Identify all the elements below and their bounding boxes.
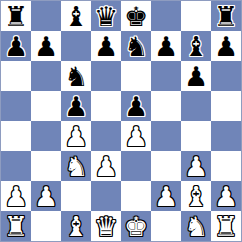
square-b1[interactable] bbox=[31, 211, 61, 241]
square-b7[interactable]: ♟ bbox=[31, 31, 61, 61]
square-c5[interactable]: ♟ bbox=[61, 91, 91, 121]
square-d3[interactable]: ♟ bbox=[91, 151, 121, 181]
square-e7[interactable]: ♞ bbox=[121, 31, 151, 61]
square-a4[interactable] bbox=[1, 121, 31, 151]
square-f2[interactable]: ♟ bbox=[151, 181, 181, 211]
square-a2[interactable]: ♟ bbox=[1, 181, 31, 211]
square-a5[interactable] bbox=[1, 91, 31, 121]
square-a7[interactable]: ♟ bbox=[1, 31, 31, 61]
piece-white-queen: ♛ bbox=[94, 213, 118, 240]
square-f1[interactable] bbox=[151, 211, 181, 241]
square-h4[interactable] bbox=[211, 121, 241, 151]
piece-black-pawn: ♟ bbox=[94, 33, 118, 60]
square-h1[interactable]: ♜ bbox=[211, 211, 241, 241]
square-e2[interactable] bbox=[121, 181, 151, 211]
square-c8[interactable]: ♝ bbox=[61, 1, 91, 31]
square-a6[interactable] bbox=[1, 61, 31, 91]
square-h8[interactable]: ♜ bbox=[211, 1, 241, 31]
square-f5[interactable] bbox=[151, 91, 181, 121]
piece-white-knight: ♞ bbox=[184, 213, 208, 240]
piece-white-bishop: ♝ bbox=[64, 213, 88, 240]
piece-white-pawn: ♟ bbox=[154, 183, 178, 210]
square-d5[interactable] bbox=[91, 91, 121, 121]
square-g2[interactable]: ♝ bbox=[181, 181, 211, 211]
square-h7[interactable]: ♟ bbox=[211, 31, 241, 61]
piece-white-pawn: ♟ bbox=[124, 123, 148, 150]
piece-black-pawn: ♟ bbox=[124, 93, 148, 120]
square-a1[interactable]: ♜ bbox=[1, 211, 31, 241]
piece-black-rook: ♜ bbox=[214, 3, 238, 30]
piece-white-rook: ♜ bbox=[4, 213, 28, 240]
piece-black-pawn: ♟ bbox=[4, 33, 28, 60]
square-c2[interactable] bbox=[61, 181, 91, 211]
square-g8[interactable] bbox=[181, 1, 211, 31]
square-a8[interactable]: ♜ bbox=[1, 1, 31, 31]
square-d8[interactable]: ♛ bbox=[91, 1, 121, 31]
square-b4[interactable] bbox=[31, 121, 61, 151]
square-b3[interactable] bbox=[31, 151, 61, 181]
square-d7[interactable]: ♟ bbox=[91, 31, 121, 61]
square-c4[interactable]: ♟ bbox=[61, 121, 91, 151]
square-h2[interactable]: ♟ bbox=[211, 181, 241, 211]
square-e4[interactable]: ♟ bbox=[121, 121, 151, 151]
piece-white-pawn: ♟ bbox=[64, 123, 88, 150]
piece-black-knight: ♞ bbox=[124, 33, 148, 60]
piece-black-rook: ♜ bbox=[4, 3, 28, 30]
square-g3[interactable]: ♟ bbox=[181, 151, 211, 181]
square-f7[interactable]: ♟ bbox=[151, 31, 181, 61]
square-e5[interactable]: ♟ bbox=[121, 91, 151, 121]
piece-black-pawn: ♟ bbox=[214, 33, 238, 60]
piece-black-bishop: ♝ bbox=[64, 3, 88, 30]
square-f8[interactable] bbox=[151, 1, 181, 31]
square-g6[interactable]: ♟ bbox=[181, 61, 211, 91]
piece-black-pawn: ♟ bbox=[184, 63, 208, 90]
piece-black-pawn: ♟ bbox=[34, 33, 58, 60]
square-d2[interactable] bbox=[91, 181, 121, 211]
square-c7[interactable] bbox=[61, 31, 91, 61]
piece-white-pawn: ♟ bbox=[4, 183, 28, 210]
piece-white-pawn: ♟ bbox=[184, 153, 208, 180]
piece-black-queen: ♛ bbox=[94, 3, 118, 30]
piece-black-knight: ♞ bbox=[64, 63, 88, 90]
piece-white-bishop: ♝ bbox=[184, 183, 208, 210]
piece-black-pawn: ♟ bbox=[64, 93, 88, 120]
square-g1[interactable]: ♞ bbox=[181, 211, 211, 241]
square-e1[interactable]: ♚ bbox=[121, 211, 151, 241]
square-b2[interactable]: ♟ bbox=[31, 181, 61, 211]
square-g7[interactable]: ♝ bbox=[181, 31, 211, 61]
piece-white-pawn: ♟ bbox=[94, 153, 118, 180]
square-g5[interactable] bbox=[181, 91, 211, 121]
piece-white-king: ♚ bbox=[124, 213, 148, 240]
square-h5[interactable] bbox=[211, 91, 241, 121]
piece-white-pawn: ♟ bbox=[34, 183, 58, 210]
square-c1[interactable]: ♝ bbox=[61, 211, 91, 241]
square-c3[interactable]: ♞ bbox=[61, 151, 91, 181]
square-g4[interactable] bbox=[181, 121, 211, 151]
piece-black-king: ♚ bbox=[124, 3, 148, 30]
piece-black-pawn: ♟ bbox=[154, 33, 178, 60]
square-b5[interactable] bbox=[31, 91, 61, 121]
square-c6[interactable]: ♞ bbox=[61, 61, 91, 91]
square-h6[interactable] bbox=[211, 61, 241, 91]
piece-black-bishop: ♝ bbox=[184, 33, 208, 60]
square-f4[interactable] bbox=[151, 121, 181, 151]
square-f3[interactable] bbox=[151, 151, 181, 181]
square-d6[interactable] bbox=[91, 61, 121, 91]
chess-board: ♜♝♛♚♜♟♟♟♞♟♝♟♞♟♟♟♟♟♞♟♟♟♟♟♝♟♜♝♛♚♞♜ bbox=[0, 0, 242, 242]
square-b8[interactable] bbox=[31, 1, 61, 31]
piece-white-pawn: ♟ bbox=[214, 183, 238, 210]
square-b6[interactable] bbox=[31, 61, 61, 91]
square-h3[interactable] bbox=[211, 151, 241, 181]
piece-white-rook: ♜ bbox=[214, 213, 238, 240]
square-e6[interactable] bbox=[121, 61, 151, 91]
square-d1[interactable]: ♛ bbox=[91, 211, 121, 241]
square-a3[interactable] bbox=[1, 151, 31, 181]
square-f6[interactable] bbox=[151, 61, 181, 91]
piece-white-knight: ♞ bbox=[64, 153, 88, 180]
square-e8[interactable]: ♚ bbox=[121, 1, 151, 31]
square-d4[interactable] bbox=[91, 121, 121, 151]
square-e3[interactable] bbox=[121, 151, 151, 181]
